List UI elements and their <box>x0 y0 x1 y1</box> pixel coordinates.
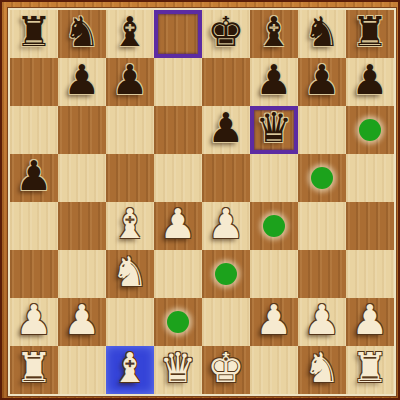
square-h3[interactable] <box>346 250 394 298</box>
square-a7[interactable] <box>10 58 58 106</box>
black-king: ♚ <box>208 12 245 53</box>
square-h2[interactable]: ♟ <box>346 298 394 346</box>
square-e5[interactable] <box>202 154 250 202</box>
square-d8[interactable] <box>154 10 202 58</box>
white-king: ♚ <box>208 348 245 389</box>
white-pawn: ♟ <box>64 300 101 341</box>
square-g2[interactable]: ♟ <box>298 298 346 346</box>
square-e4[interactable]: ♟ <box>202 202 250 250</box>
square-a4[interactable] <box>10 202 58 250</box>
square-f1[interactable] <box>250 346 298 394</box>
legal-move-dot[interactable] <box>167 311 189 333</box>
black-pawn: ♟ <box>304 60 341 101</box>
square-c1[interactable]: ♝ <box>106 346 154 394</box>
black-pawn: ♟ <box>256 60 293 101</box>
square-b3[interactable] <box>58 250 106 298</box>
white-pawn: ♟ <box>352 300 389 341</box>
square-g7[interactable]: ♟ <box>298 58 346 106</box>
legal-move-dot[interactable] <box>263 215 285 237</box>
square-f5[interactable] <box>250 154 298 202</box>
black-bishop: ♝ <box>112 12 149 53</box>
square-a8[interactable]: ♜ <box>10 10 58 58</box>
square-d3[interactable] <box>154 250 202 298</box>
square-b4[interactable] <box>58 202 106 250</box>
square-c2[interactable] <box>106 298 154 346</box>
square-e3[interactable] <box>202 250 250 298</box>
legal-move-dot[interactable] <box>215 263 237 285</box>
square-c6[interactable] <box>106 106 154 154</box>
square-c5[interactable] <box>106 154 154 202</box>
square-h6[interactable] <box>346 106 394 154</box>
square-b2[interactable]: ♟ <box>58 298 106 346</box>
white-bishop: ♝ <box>112 204 149 245</box>
black-pawn: ♟ <box>208 108 245 149</box>
square-h7[interactable]: ♟ <box>346 58 394 106</box>
square-g6[interactable] <box>298 106 346 154</box>
black-pawn: ♟ <box>16 156 53 197</box>
square-c7[interactable]: ♟ <box>106 58 154 106</box>
white-knight: ♞ <box>112 252 149 293</box>
square-c3[interactable]: ♞ <box>106 250 154 298</box>
square-e7[interactable] <box>202 58 250 106</box>
square-h1[interactable]: ♜ <box>346 346 394 394</box>
square-g3[interactable] <box>298 250 346 298</box>
white-rook: ♜ <box>16 348 53 389</box>
square-b8[interactable]: ♞ <box>58 10 106 58</box>
square-d6[interactable] <box>154 106 202 154</box>
black-queen: ♛ <box>256 108 293 149</box>
square-b1[interactable] <box>58 346 106 394</box>
white-pawn: ♟ <box>256 300 293 341</box>
square-g1[interactable]: ♞ <box>298 346 346 394</box>
square-e2[interactable] <box>202 298 250 346</box>
square-a5[interactable]: ♟ <box>10 154 58 202</box>
square-d5[interactable] <box>154 154 202 202</box>
black-knight: ♞ <box>64 12 101 53</box>
white-bishop: ♝ <box>112 348 149 389</box>
square-a3[interactable] <box>10 250 58 298</box>
square-f4[interactable] <box>250 202 298 250</box>
board-frame: ♜♞♝♚♝♞♜♟♟♟♟♟♟♛♟♝♟♟♞♟♟♟♟♟♜♝♛♚♞♜ <box>0 0 400 400</box>
square-d4[interactable]: ♟ <box>154 202 202 250</box>
square-e8[interactable]: ♚ <box>202 10 250 58</box>
black-knight: ♞ <box>304 12 341 53</box>
white-knight: ♞ <box>304 348 341 389</box>
square-b5[interactable] <box>58 154 106 202</box>
square-f8[interactable]: ♝ <box>250 10 298 58</box>
square-b6[interactable] <box>58 106 106 154</box>
black-pawn: ♟ <box>352 60 389 101</box>
white-pawn: ♟ <box>304 300 341 341</box>
square-g4[interactable] <box>298 202 346 250</box>
black-rook: ♜ <box>16 12 53 53</box>
square-d1[interactable]: ♛ <box>154 346 202 394</box>
square-f3[interactable] <box>250 250 298 298</box>
square-d2[interactable] <box>154 298 202 346</box>
square-f2[interactable]: ♟ <box>250 298 298 346</box>
white-queen: ♛ <box>160 348 197 389</box>
chess-board: ♜♞♝♚♝♞♜♟♟♟♟♟♟♛♟♝♟♟♞♟♟♟♟♟♜♝♛♚♞♜ <box>10 10 394 394</box>
square-c4[interactable]: ♝ <box>106 202 154 250</box>
square-g8[interactable]: ♞ <box>298 10 346 58</box>
square-g5[interactable] <box>298 154 346 202</box>
square-f7[interactable]: ♟ <box>250 58 298 106</box>
black-pawn: ♟ <box>112 60 149 101</box>
square-a1[interactable]: ♜ <box>10 346 58 394</box>
white-pawn: ♟ <box>16 300 53 341</box>
square-c8[interactable]: ♝ <box>106 10 154 58</box>
black-bishop: ♝ <box>256 12 293 53</box>
square-h8[interactable]: ♜ <box>346 10 394 58</box>
square-b7[interactable]: ♟ <box>58 58 106 106</box>
white-rook: ♜ <box>352 348 389 389</box>
square-h5[interactable] <box>346 154 394 202</box>
black-pawn: ♟ <box>64 60 101 101</box>
legal-move-dot[interactable] <box>359 119 381 141</box>
black-rook: ♜ <box>352 12 389 53</box>
square-a6[interactable] <box>10 106 58 154</box>
square-e6[interactable]: ♟ <box>202 106 250 154</box>
white-pawn: ♟ <box>208 204 245 245</box>
square-d7[interactable] <box>154 58 202 106</box>
square-a2[interactable]: ♟ <box>10 298 58 346</box>
square-e1[interactable]: ♚ <box>202 346 250 394</box>
square-h4[interactable] <box>346 202 394 250</box>
legal-move-dot[interactable] <box>311 167 333 189</box>
white-pawn: ♟ <box>160 204 197 245</box>
square-f6[interactable]: ♛ <box>250 106 298 154</box>
